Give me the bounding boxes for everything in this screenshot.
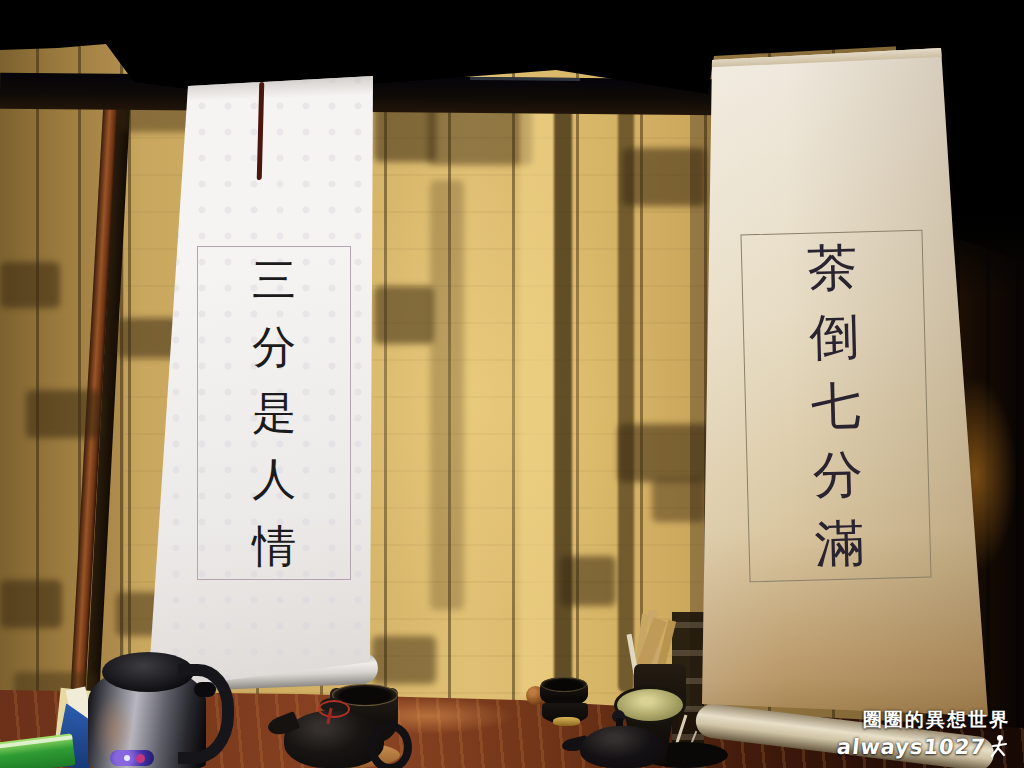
kettle-handle (178, 664, 234, 764)
left-scroll-calligraphy-panel: 三 分 是 人 情 (197, 246, 351, 580)
calligraphy-char: 倒 (809, 311, 860, 362)
small-teapot-body (580, 726, 666, 768)
plank-joint (560, 556, 616, 606)
plank-dark-wash (430, 180, 464, 610)
calligraphy-char: 茶 (807, 242, 858, 293)
calligraphy-char: 分 (252, 325, 296, 369)
electric-kettle (86, 652, 238, 768)
tea-set-centre (520, 600, 750, 768)
watermark-line2: always1027 (836, 735, 987, 759)
tea-room-photo: 三 分 是 人 情 茶 倒 七 分 滿 (0, 0, 1024, 768)
kettle-button (194, 682, 216, 697)
calligraphy-char: 七 (810, 380, 861, 431)
watermark: 圈圈的異想世界 always1027 (837, 707, 1010, 760)
bowl-rim (541, 677, 587, 692)
walking-person-icon (988, 734, 1010, 760)
teapot-group-left (270, 686, 406, 768)
calligraphy-char: 分 (812, 449, 863, 500)
beam-highlight (470, 77, 580, 81)
right-scroll-calligraphy-panel: 茶 倒 七 分 滿 (740, 230, 931, 583)
calligraphy-char: 是 (252, 391, 296, 435)
gold-bowl-stand (553, 717, 580, 726)
red-tassel-cord (318, 700, 350, 718)
calligraphy-char: 滿 (814, 519, 865, 570)
celadon-teacup-rim (614, 686, 686, 724)
calligraphy-char: 人 (252, 457, 296, 501)
plank-joint (0, 580, 62, 628)
calligraphy-char: 情 (252, 524, 296, 568)
plank-joint (0, 262, 60, 308)
plank-joint (374, 286, 434, 344)
teapot-handle (368, 722, 412, 768)
watermark-line1: 圈圈的異想世界 (837, 707, 1010, 733)
plank-joint (372, 636, 436, 684)
calligraphy-char: 三 (252, 258, 296, 302)
kettle-logo (110, 750, 154, 766)
plank-joint (26, 390, 102, 438)
